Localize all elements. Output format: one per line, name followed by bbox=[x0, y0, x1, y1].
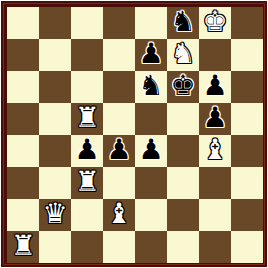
square-e3[interactable] bbox=[135, 167, 167, 199]
square-g6[interactable]: ♟ bbox=[199, 71, 231, 103]
square-e5[interactable] bbox=[135, 103, 167, 135]
square-f4[interactable] bbox=[167, 135, 199, 167]
piece-bP-d4: ♟ bbox=[106, 136, 131, 164]
square-e1[interactable] bbox=[135, 231, 167, 263]
square-c5[interactable]: ♜ bbox=[71, 103, 103, 135]
square-c1[interactable] bbox=[71, 231, 103, 263]
square-a4[interactable] bbox=[7, 135, 39, 167]
piece-bP-e4: ♟ bbox=[138, 136, 163, 164]
square-d8[interactable] bbox=[103, 7, 135, 39]
square-a5[interactable] bbox=[7, 103, 39, 135]
square-f7[interactable]: ♞ bbox=[167, 39, 199, 71]
square-g1[interactable] bbox=[199, 231, 231, 263]
square-d7[interactable] bbox=[103, 39, 135, 71]
square-g5[interactable]: ♟ bbox=[199, 103, 231, 135]
square-f1[interactable] bbox=[167, 231, 199, 263]
square-e8[interactable] bbox=[135, 7, 167, 39]
square-a6[interactable] bbox=[7, 71, 39, 103]
square-h8[interactable] bbox=[231, 7, 263, 39]
piece-wR-a1: ♜ bbox=[10, 232, 35, 260]
square-a8[interactable] bbox=[7, 7, 39, 39]
square-h1[interactable] bbox=[231, 231, 263, 263]
square-f8[interactable]: ♞ bbox=[167, 7, 199, 39]
chess-board-window: ♞♚♟♞♞♚♟♜♟♟♟♟♝♜♛♝♜ bbox=[0, 0, 268, 268]
square-e7[interactable]: ♟ bbox=[135, 39, 167, 71]
square-e6[interactable]: ♞ bbox=[135, 71, 167, 103]
piece-wK-g8: ♚ bbox=[202, 8, 227, 36]
square-f2[interactable] bbox=[167, 199, 199, 231]
piece-bP-g5: ♟ bbox=[202, 104, 227, 132]
square-c3[interactable]: ♜ bbox=[71, 167, 103, 199]
piece-wQ-b2: ♛ bbox=[42, 200, 67, 228]
piece-wR-c3: ♜ bbox=[74, 168, 99, 196]
piece-wB-g4: ♝ bbox=[202, 136, 227, 164]
square-b7[interactable] bbox=[39, 39, 71, 71]
square-c7[interactable] bbox=[71, 39, 103, 71]
square-b1[interactable] bbox=[39, 231, 71, 263]
square-d6[interactable] bbox=[103, 71, 135, 103]
square-h3[interactable] bbox=[231, 167, 263, 199]
square-d2[interactable]: ♝ bbox=[103, 199, 135, 231]
square-e2[interactable] bbox=[135, 199, 167, 231]
square-c2[interactable] bbox=[71, 199, 103, 231]
square-a2[interactable] bbox=[7, 199, 39, 231]
piece-wB-d2: ♝ bbox=[106, 200, 131, 228]
piece-bN-e6: ♞ bbox=[138, 72, 163, 100]
square-h2[interactable] bbox=[231, 199, 263, 231]
square-c8[interactable] bbox=[71, 7, 103, 39]
square-h5[interactable] bbox=[231, 103, 263, 135]
square-a3[interactable] bbox=[7, 167, 39, 199]
square-e4[interactable]: ♟ bbox=[135, 135, 167, 167]
piece-bK-f6: ♚ bbox=[170, 72, 195, 100]
square-b3[interactable] bbox=[39, 167, 71, 199]
square-d1[interactable] bbox=[103, 231, 135, 263]
square-c4[interactable]: ♟ bbox=[71, 135, 103, 167]
square-h4[interactable] bbox=[231, 135, 263, 167]
square-a1[interactable]: ♜ bbox=[7, 231, 39, 263]
piece-wR-c5: ♜ bbox=[74, 104, 99, 132]
piece-bP-c4: ♟ bbox=[74, 136, 99, 164]
square-b5[interactable] bbox=[39, 103, 71, 135]
piece-bP-e7: ♟ bbox=[138, 40, 163, 68]
square-b6[interactable] bbox=[39, 71, 71, 103]
square-b2[interactable]: ♛ bbox=[39, 199, 71, 231]
piece-wN-f7: ♞ bbox=[170, 40, 195, 68]
square-g4[interactable]: ♝ bbox=[199, 135, 231, 167]
piece-bP-g6: ♟ bbox=[202, 72, 227, 100]
square-g3[interactable] bbox=[199, 167, 231, 199]
square-f5[interactable] bbox=[167, 103, 199, 135]
square-g2[interactable] bbox=[199, 199, 231, 231]
chess-board: ♞♚♟♞♞♚♟♜♟♟♟♟♝♜♛♝♜ bbox=[7, 7, 263, 263]
square-b8[interactable] bbox=[39, 7, 71, 39]
square-a7[interactable] bbox=[7, 39, 39, 71]
square-f3[interactable] bbox=[167, 167, 199, 199]
square-h7[interactable] bbox=[231, 39, 263, 71]
square-d4[interactable]: ♟ bbox=[103, 135, 135, 167]
square-b4[interactable] bbox=[39, 135, 71, 167]
square-d5[interactable] bbox=[103, 103, 135, 135]
square-c6[interactable] bbox=[71, 71, 103, 103]
square-g7[interactable] bbox=[199, 39, 231, 71]
square-f6[interactable]: ♚ bbox=[167, 71, 199, 103]
square-g8[interactable]: ♚ bbox=[199, 7, 231, 39]
square-d3[interactable] bbox=[103, 167, 135, 199]
piece-bN-f8: ♞ bbox=[170, 8, 195, 36]
square-h6[interactable] bbox=[231, 71, 263, 103]
